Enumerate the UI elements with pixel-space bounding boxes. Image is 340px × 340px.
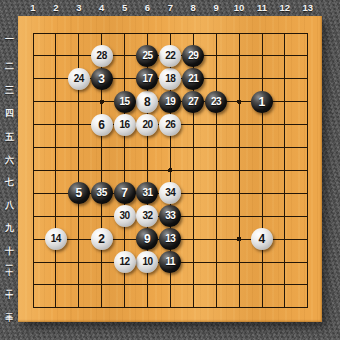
col-label-1: 1 [22, 1, 45, 15]
stone-black-9: 9 [136, 228, 158, 250]
col-label-11: 11 [250, 1, 273, 15]
stone-white-14: 14 [45, 228, 67, 250]
stone-black-19: 19 [159, 91, 181, 113]
stone-white-26: 26 [159, 114, 181, 136]
stone-white-28: 28 [91, 45, 113, 67]
stone-black-3: 3 [91, 68, 113, 90]
stone-black-11: 11 [159, 251, 181, 273]
stone-black-35: 35 [91, 182, 113, 204]
stones-layer: 1234567891011121314151617181920212223242… [22, 22, 320, 320]
col-label-3: 3 [67, 1, 90, 15]
stone-black-33: 33 [159, 205, 181, 227]
column-labels: 12345678910111213 [22, 1, 320, 15]
col-label-2: 2 [44, 1, 67, 15]
stone-white-34: 34 [159, 182, 181, 204]
stone-black-5: 5 [68, 182, 90, 204]
col-label-9: 9 [205, 1, 228, 15]
stone-white-6: 6 [91, 114, 113, 136]
stone-white-30: 30 [114, 205, 136, 227]
stone-white-18: 18 [159, 68, 181, 90]
col-label-12: 12 [273, 1, 296, 15]
stone-black-23: 23 [205, 91, 227, 113]
col-label-8: 8 [182, 1, 205, 15]
go-diagram: 12345678910111213 一二三四五六七八九十十一十二十三 12345… [0, 0, 340, 340]
stone-white-2: 2 [91, 228, 113, 250]
col-label-4: 4 [90, 1, 113, 15]
stone-white-8: 8 [136, 91, 158, 113]
stone-white-10: 10 [136, 251, 158, 273]
stone-black-25: 25 [136, 45, 158, 67]
stone-white-32: 32 [136, 205, 158, 227]
stone-white-20: 20 [136, 114, 158, 136]
stone-white-24: 24 [68, 68, 90, 90]
col-label-6: 6 [136, 1, 159, 15]
col-label-10: 10 [228, 1, 251, 15]
stone-black-31: 31 [136, 182, 158, 204]
stone-black-7: 7 [114, 182, 136, 204]
stone-white-4: 4 [251, 228, 273, 250]
stone-black-21: 21 [182, 68, 204, 90]
stone-black-13: 13 [159, 228, 181, 250]
stone-black-15: 15 [114, 91, 136, 113]
col-label-13: 13 [296, 1, 319, 15]
stone-black-1: 1 [251, 91, 273, 113]
col-label-5: 5 [113, 1, 136, 15]
col-label-7: 7 [159, 1, 182, 15]
stone-black-27: 27 [182, 91, 204, 113]
stone-black-29: 29 [182, 45, 204, 67]
stone-white-22: 22 [159, 45, 181, 67]
go-board[interactable]: 1234567891011121314151617181920212223242… [18, 16, 322, 322]
stone-white-12: 12 [114, 251, 136, 273]
row-labels: 一二三四五六七八九十十一十二十三 [1, 22, 17, 320]
stone-white-16: 16 [114, 114, 136, 136]
stone-black-17: 17 [136, 68, 158, 90]
